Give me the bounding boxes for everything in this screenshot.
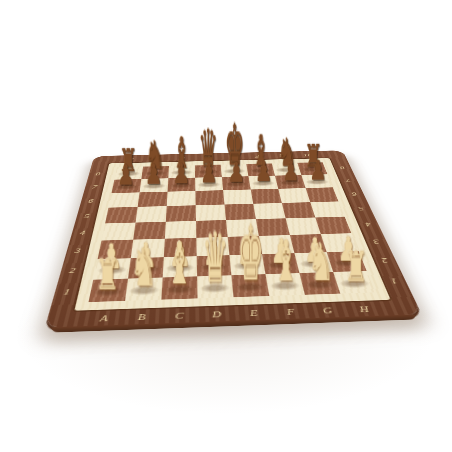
- file-label-top-d: D: [204, 155, 210, 159]
- chess-board: AABBCCDDEEFFGGHH8877665544332211 ♜♞♝♛♚♝♞…: [45, 150, 423, 328]
- file-label-top-h: H: [304, 153, 311, 157]
- file-label-top-g: G: [279, 153, 286, 157]
- file-label-top-a: A: [128, 157, 134, 161]
- black-pawn-icon: ♟: [99, 161, 154, 189]
- file-label-top-f: F: [254, 154, 260, 158]
- white-rook-icon: ♜: [72, 254, 143, 296]
- piece-black-pawn-a7[interactable]: ♟: [112, 179, 142, 193]
- file-label-top-e: E: [230, 154, 236, 158]
- file-label-top-b: B: [154, 156, 160, 160]
- file-label-top-c: C: [179, 156, 185, 160]
- photo-scene: AABBCCDDEEFFGGHH8877665544332211 ♜♞♝♛♚♝♞…: [0, 0, 452, 452]
